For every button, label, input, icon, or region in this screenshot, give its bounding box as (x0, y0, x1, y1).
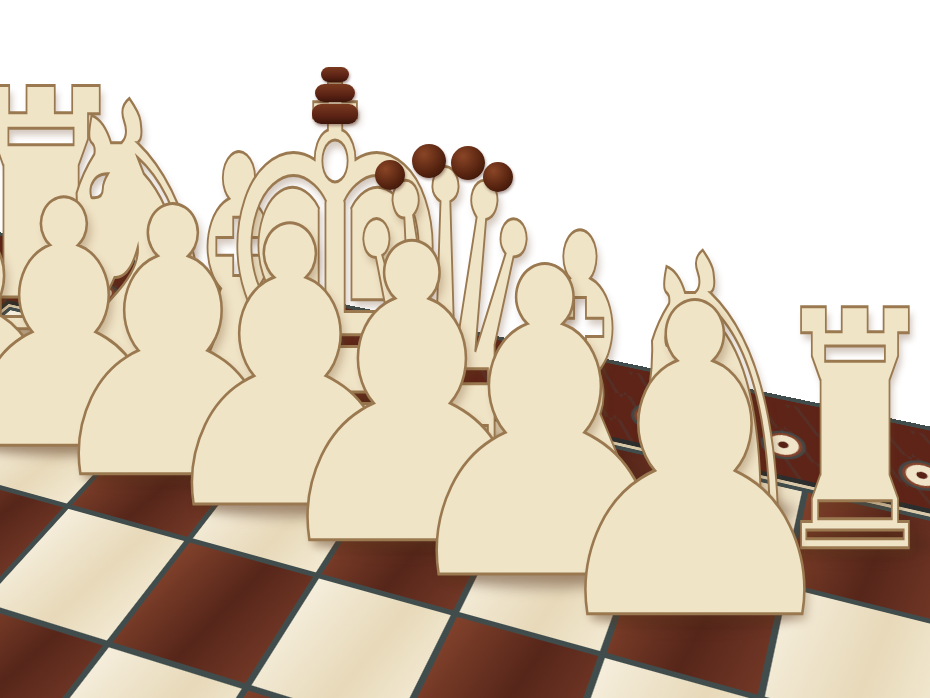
photo-canvas: ♜♞♝♚♛♝♞♜♟♟♟♟♟♟♟ (0, 0, 930, 698)
pieces-layer: ♜♞♝♚♛♝♞♜♟♟♟♟♟♟♟ (0, 0, 930, 698)
king-cross-lobe (321, 67, 349, 82)
piece-white-pawn-b2: ♟ (531, 250, 859, 680)
